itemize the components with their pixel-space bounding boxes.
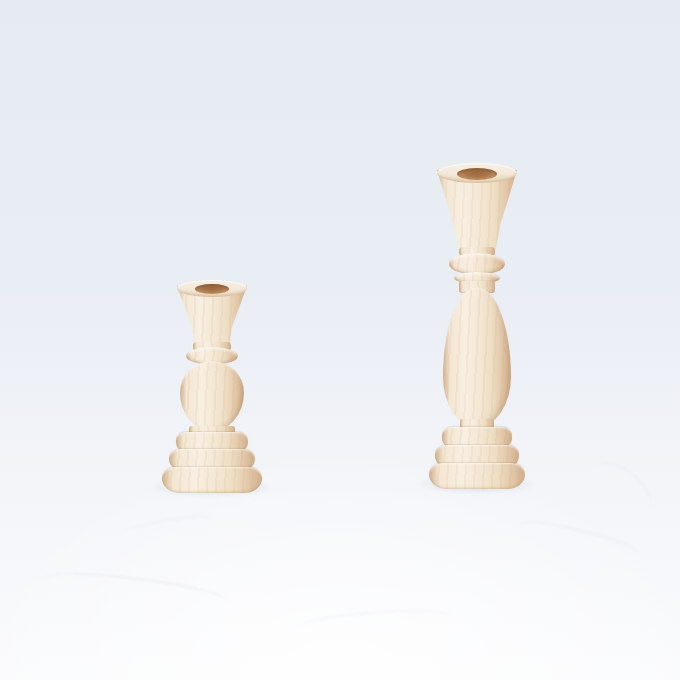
bulb-body xyxy=(180,361,244,431)
candle-socket-hole xyxy=(457,168,497,180)
tall-candlestick xyxy=(427,163,527,491)
base-tier-bottom xyxy=(162,467,262,493)
product-photo xyxy=(0,0,680,680)
candle-socket-hole xyxy=(195,284,229,294)
small-candlestick xyxy=(162,280,262,494)
base-tier-bottom xyxy=(429,463,525,489)
baluster-body xyxy=(443,287,511,427)
